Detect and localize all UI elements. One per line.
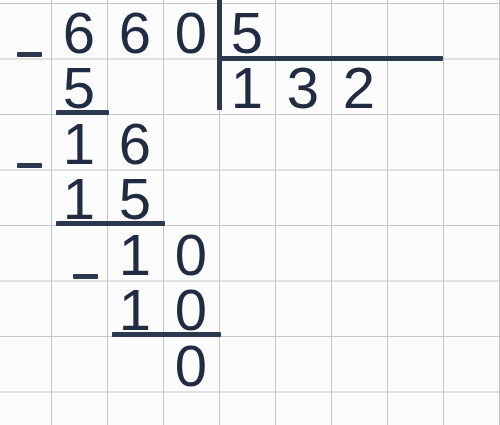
- minus-sign: [17, 52, 42, 57]
- digit-cell: 5: [51, 61, 107, 117]
- digit-cell: 0: [163, 227, 219, 283]
- squared-paper: 66055132161510100: [0, 0, 500, 425]
- digit-cell: 3: [275, 61, 331, 117]
- minus-sign: [17, 163, 42, 168]
- digit-cell: 5: [219, 5, 275, 61]
- underline-under-15: [56, 221, 165, 226]
- digit-cell: 1: [107, 227, 163, 283]
- division-bracket-bar: [217, 0, 222, 110]
- digit-cell: 6: [51, 5, 107, 61]
- digit-cell: 1: [51, 116, 107, 172]
- digit-cell: 1: [107, 283, 163, 339]
- digit-cell: 0: [163, 5, 219, 61]
- digit-cell: 6: [107, 116, 163, 172]
- digit-cell: 1: [219, 61, 275, 117]
- board: 66055132161510100: [0, 3, 499, 425]
- digit-cell: 0: [163, 338, 219, 394]
- digit-cell: 0: [163, 283, 219, 339]
- digit-cell: 5: [107, 172, 163, 228]
- digit-cell: 6: [107, 5, 163, 61]
- digit-cell: 2: [331, 61, 387, 117]
- digit-cell: 1: [51, 172, 107, 228]
- underline-under-10: [112, 332, 221, 337]
- divisor-underline: [219, 56, 443, 61]
- minus-sign: [73, 274, 98, 279]
- underline-under-5: [56, 110, 109, 115]
